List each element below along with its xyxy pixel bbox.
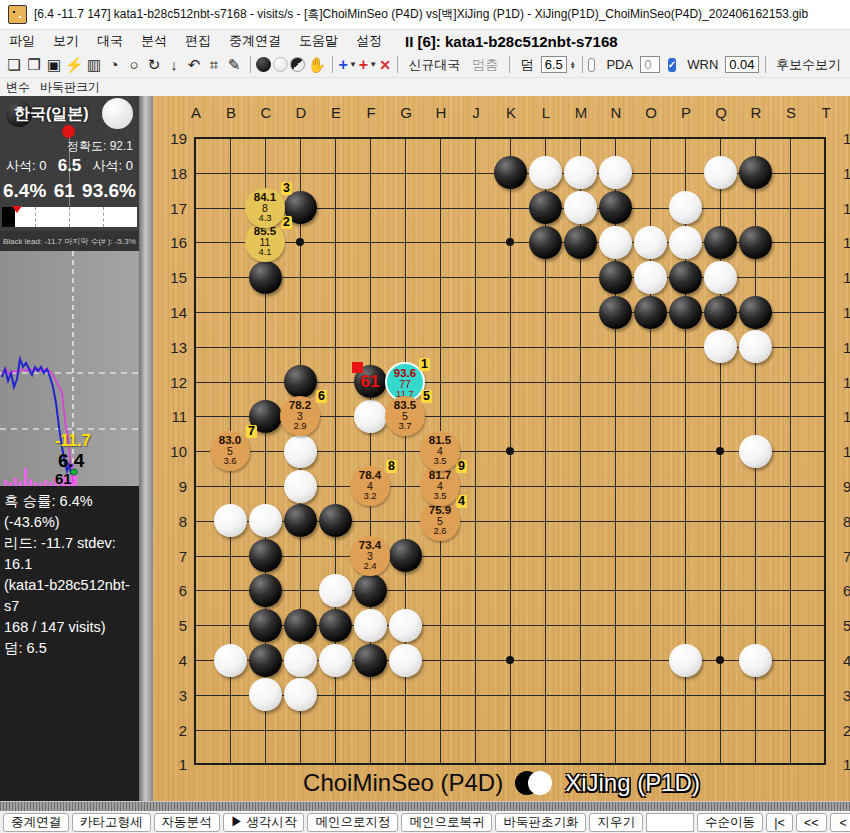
winrate-row: 6.4% 61 93.6% bbox=[0, 180, 139, 202]
wrn-checkbox[interactable]: ✓ bbox=[668, 58, 676, 72]
black-stone bbox=[249, 574, 282, 607]
black-stone bbox=[319, 609, 352, 642]
candidate-stat: 83.0 bbox=[210, 431, 250, 446]
candidate-rank-badge: 8 bbox=[386, 460, 397, 473]
row-label: 19 bbox=[159, 130, 187, 147]
white-stone bbox=[739, 644, 772, 677]
move-number: 61 bbox=[54, 180, 75, 202]
candidate-rank-badge: 7 bbox=[246, 425, 257, 438]
row-label-right: 3 bbox=[843, 687, 850, 704]
white-stone bbox=[319, 574, 352, 607]
column-label: S bbox=[784, 104, 798, 121]
row-label: 4 bbox=[159, 652, 187, 669]
column-label: R bbox=[749, 104, 763, 121]
new-board-icon[interactable]: ❏ bbox=[4, 54, 24, 75]
candidate-stat: 83.5 bbox=[385, 396, 425, 411]
wrn-input[interactable]: 0.04 bbox=[725, 56, 758, 73]
black-stone bbox=[669, 296, 702, 329]
pda-label: PDA bbox=[601, 57, 638, 72]
column-label: H bbox=[434, 104, 448, 121]
column-label: G bbox=[399, 104, 413, 121]
white-stone bbox=[634, 226, 667, 259]
stats-line: 168 / 147 visits) bbox=[4, 617, 135, 638]
secondary-toolbar-label[interactable]: 변수 bbox=[6, 79, 30, 96]
menu-item[interactable]: 설정 bbox=[347, 33, 391, 48]
blue-cross-tool[interactable]: +▼ bbox=[339, 54, 357, 75]
candidate-stat: 3.6 bbox=[210, 456, 250, 465]
menubar: 파일보기대국분석편집중계연결도움말설정 II [6]: kata1-b28c51… bbox=[0, 30, 850, 52]
row-label: 17 bbox=[159, 200, 187, 217]
white-captures: 사석: 0 bbox=[93, 157, 133, 175]
white-stone bbox=[669, 644, 702, 677]
bottom-button[interactable]: 메인으로복귀 bbox=[401, 813, 492, 832]
column-label: J bbox=[469, 104, 483, 121]
candidate-move[interactable]: 81.743.59 bbox=[420, 466, 460, 506]
white-stone bbox=[704, 156, 737, 189]
country-label: 한국(일본) bbox=[14, 104, 89, 125]
white-stone bbox=[529, 156, 562, 189]
row-label: 15 bbox=[159, 269, 187, 286]
black-stone bbox=[529, 191, 562, 224]
player-info-panel: 한국(일본) 정확도: 92.1 사석: 0 6.5 사석: 0 6.4% 61… bbox=[0, 96, 139, 251]
white-stone bbox=[284, 678, 317, 711]
black-winrate: 6.4% bbox=[3, 180, 46, 202]
menu-item[interactable]: 대국 bbox=[88, 33, 132, 48]
white-stone bbox=[354, 609, 387, 642]
row-label-right: 12 bbox=[843, 374, 850, 391]
white-stone bbox=[599, 156, 632, 189]
chart-icon[interactable]: ▥ bbox=[84, 54, 104, 75]
white-stone bbox=[634, 261, 667, 294]
row-label: 3 bbox=[159, 687, 187, 704]
black-stone bbox=[739, 296, 772, 329]
graph-lead-label: -11.7 bbox=[55, 432, 91, 450]
white-stone bbox=[704, 330, 737, 363]
black-stone bbox=[634, 296, 667, 329]
circle-icon[interactable]: ○ bbox=[124, 54, 144, 75]
bottom-button[interactable]: ▶ 생각시작 bbox=[223, 813, 305, 832]
white-stone bbox=[669, 226, 702, 259]
stats-line: 리드: -11.7 stdev: 16.1 bbox=[4, 533, 135, 575]
white-stone bbox=[214, 504, 247, 537]
black-stone bbox=[529, 226, 562, 259]
player-names: ChoiMinSeo (P4D) XiJing (P1D) bbox=[153, 769, 850, 797]
candidate-stat: 73.4 bbox=[350, 536, 390, 551]
black-stone bbox=[599, 191, 632, 224]
star-point bbox=[716, 656, 724, 664]
row-label: 9 bbox=[159, 478, 187, 495]
black-stone bbox=[249, 609, 282, 642]
candidate-rank-badge: 5 bbox=[421, 390, 432, 403]
winrate-bar bbox=[2, 207, 137, 227]
white-stone bbox=[354, 400, 387, 433]
row-label: 16 bbox=[159, 234, 187, 251]
current-game-label: II [6]: kata1-b28c512nbt-s7168 bbox=[405, 33, 618, 50]
hand-tool[interactable]: ✋ bbox=[307, 54, 326, 75]
komi-label: 덤 bbox=[516, 56, 539, 74]
white-stone bbox=[564, 156, 597, 189]
candidate-stat: 78.2 bbox=[280, 396, 320, 411]
row-label-right: 10 bbox=[843, 443, 850, 460]
candidate-stat: 4.1 bbox=[245, 247, 285, 256]
black-stone bbox=[284, 504, 317, 537]
column-label: C bbox=[259, 104, 273, 121]
komi-spinner[interactable]: ▲▼ bbox=[570, 61, 576, 69]
settings-panel-icon[interactable]: ⌗ bbox=[204, 54, 224, 75]
row-label-right: 9 bbox=[843, 478, 850, 495]
red-cross-tool[interactable]: +▼ bbox=[359, 54, 377, 75]
stats-line: (kata1-b28c512nbt-s7 bbox=[4, 575, 135, 617]
candidate-view-button[interactable]: 후보수보기 bbox=[771, 56, 846, 74]
row-label-right: 1 bbox=[843, 756, 850, 773]
white-stone bbox=[739, 435, 772, 468]
stats-line: 흑 승률: 6.4% (-43.6%) bbox=[4, 491, 135, 533]
column-label: E bbox=[329, 104, 343, 121]
menu-item[interactable]: 편집 bbox=[176, 33, 220, 48]
candidate-stat: 81.5 bbox=[420, 431, 460, 446]
candidate-rank-badge: 1 bbox=[419, 358, 430, 371]
black-stone bbox=[739, 226, 772, 259]
texture-strip bbox=[0, 801, 850, 811]
white-stone-tool[interactable] bbox=[273, 54, 288, 75]
column-label: M bbox=[574, 104, 588, 121]
white-stone-icon bbox=[102, 98, 133, 129]
black-player-name: ChoiMinSeo (P4D) bbox=[303, 769, 503, 797]
candidate-move[interactable]: 84.184.33 bbox=[245, 188, 285, 228]
candidate-move[interactable]: 81.543.5 bbox=[420, 431, 460, 471]
white-stone bbox=[284, 644, 317, 677]
titlebar: [6.4 -11.7 147] kata1-b28c512nbt-s7168 -… bbox=[0, 0, 850, 30]
candidate-move[interactable]: 83.053.67 bbox=[210, 431, 250, 471]
black-stone bbox=[739, 156, 772, 189]
row-label-right: 7 bbox=[843, 548, 850, 565]
white-stone bbox=[389, 609, 422, 642]
lead-note: Black lead: -11.7 마지막 수(# ): -5.3% -6.3p… bbox=[0, 231, 139, 251]
row-label: 13 bbox=[159, 339, 187, 356]
black-stone bbox=[284, 609, 317, 642]
accuracy-label: 정확도: 92.1 bbox=[67, 138, 133, 155]
winrate-graph[interactable]: -11.7 6.4 61 bbox=[0, 251, 139, 486]
black-stone bbox=[319, 504, 352, 537]
bottom-toolbar: 중계연결카타고형세자동분석▶ 생각시작메인으로지정메인으로복귀바둑판초기화지우기… bbox=[0, 811, 850, 833]
white-stone bbox=[669, 191, 702, 224]
row-label-right: 6 bbox=[843, 582, 850, 599]
column-label: D bbox=[294, 104, 308, 121]
go-board[interactable]: ChoiMinSeo (P4D) XiJing (P1D) ABCDEFGHJK… bbox=[153, 96, 850, 801]
move-nav-button[interactable]: 수순이동 bbox=[697, 813, 763, 832]
candidate-stat: 84.1 bbox=[245, 188, 285, 203]
black-stone bbox=[354, 574, 387, 607]
menu-item[interactable]: 도움말 bbox=[290, 33, 347, 48]
white-player-name: XiJing (P1D) bbox=[565, 769, 700, 797]
row-label: 2 bbox=[159, 722, 187, 739]
komi-input[interactable]: 6.5 bbox=[541, 56, 567, 73]
menu-item[interactable]: 분석 bbox=[132, 33, 176, 48]
refresh-icon[interactable]: ↻ bbox=[144, 54, 164, 75]
candidate-stat: 3.5 bbox=[420, 491, 460, 500]
black-stone bbox=[704, 226, 737, 259]
toolbar: ❏❐▣⚡▥◔○↻↓↶⌗✎ ✋ +▼ +▼ ✕ 신규대국 멈춤 덤 6.5 ▲▼ … bbox=[0, 52, 850, 77]
move-input[interactable] bbox=[646, 813, 694, 832]
row-label: 7 bbox=[159, 548, 187, 565]
column-label: K bbox=[504, 104, 518, 121]
row-label-right: 8 bbox=[843, 513, 850, 530]
stats-line: 덤: 6.5 bbox=[4, 638, 135, 659]
wrn-label: WRN bbox=[682, 57, 723, 72]
black-stone bbox=[704, 296, 737, 329]
column-label: N bbox=[609, 104, 623, 121]
row-label-right: 15 bbox=[843, 269, 850, 286]
column-label: A bbox=[189, 104, 203, 121]
row-label-right: 11 bbox=[843, 408, 850, 425]
black-stone bbox=[284, 365, 317, 398]
column-label: O bbox=[644, 104, 658, 121]
open-file-icon[interactable]: ❐ bbox=[24, 54, 44, 75]
black-stone bbox=[249, 261, 282, 294]
row-label-right: 4 bbox=[843, 652, 850, 669]
column-label: Q bbox=[714, 104, 728, 121]
white-stone bbox=[739, 330, 772, 363]
white-stone bbox=[214, 644, 247, 677]
row-label: 6 bbox=[159, 582, 187, 599]
row-label-right: 2 bbox=[843, 722, 850, 739]
candidate-move[interactable]: 78.443.28 bbox=[350, 466, 390, 506]
candidate-stat: 93.6 bbox=[387, 364, 423, 379]
white-stone bbox=[319, 644, 352, 677]
white-stone bbox=[249, 678, 282, 711]
pause-button[interactable]: 멈춤 bbox=[467, 56, 503, 74]
candidate-stat: 2.4 bbox=[350, 561, 390, 570]
secondary-toolbar-label[interactable]: 바둑판크기 bbox=[40, 79, 100, 96]
candidate-move[interactable]: 75.952.64 bbox=[420, 501, 460, 541]
candidate-rank-badge: 6 bbox=[316, 390, 327, 403]
candidate-stat: 3.5 bbox=[420, 456, 460, 465]
row-label: 14 bbox=[159, 304, 187, 321]
row-label: 10 bbox=[159, 443, 187, 460]
gridline bbox=[35, 207, 36, 227]
secondary-toolbar: 변수바둑판크기 bbox=[0, 77, 850, 96]
pass-icon[interactable]: ◔ bbox=[104, 54, 124, 75]
white-stone bbox=[704, 261, 737, 294]
black-stone bbox=[564, 226, 597, 259]
row-label-right: 13 bbox=[843, 339, 850, 356]
black-stone bbox=[599, 261, 632, 294]
new-game-button[interactable]: 신규대국 bbox=[403, 56, 465, 74]
captures-row: 사석: 0 6.5 사석: 0 bbox=[0, 156, 139, 176]
engine-stats: 흑 승률: 6.4% (-43.6%)리드: -11.7 stdev: 16.1… bbox=[0, 486, 139, 801]
graph-move-label: 61 bbox=[55, 470, 72, 487]
pencil-icon[interactable]: ✎ bbox=[224, 54, 244, 75]
menu-item[interactable]: 중계연결 bbox=[220, 33, 290, 48]
engine-icon[interactable]: ⚡ bbox=[64, 54, 84, 75]
down-arrow-icon[interactable]: ↓ bbox=[164, 54, 184, 75]
save-icon[interactable]: ▣ bbox=[44, 54, 64, 75]
white-stone bbox=[284, 470, 317, 503]
black-stone bbox=[354, 644, 387, 677]
candidate-stat: 2.9 bbox=[280, 421, 320, 430]
stones-icon bbox=[515, 771, 553, 795]
bottom-button[interactable]: 메인으로지정 bbox=[307, 813, 398, 832]
row-label: 8 bbox=[159, 513, 187, 530]
black-stone bbox=[599, 296, 632, 329]
row-label: 11 bbox=[159, 408, 187, 425]
graph-winrate-label: 6.4 bbox=[58, 450, 84, 472]
nav-button[interactable]: < bbox=[830, 813, 850, 832]
candidate-stat: 3.7 bbox=[385, 421, 425, 430]
app-icon bbox=[8, 5, 27, 24]
last-move-marker bbox=[352, 362, 363, 373]
row-label: 18 bbox=[159, 165, 187, 182]
column-label: F bbox=[364, 104, 378, 121]
column-label: L bbox=[539, 104, 553, 121]
winrate-marker bbox=[12, 206, 22, 213]
white-stone bbox=[564, 191, 597, 224]
row-label-right: 18 bbox=[843, 165, 850, 182]
undo-icon[interactable]: ↶ bbox=[184, 54, 204, 75]
gridline bbox=[103, 207, 104, 227]
candidate-rank-badge: 3 bbox=[281, 182, 292, 195]
white-stone bbox=[599, 226, 632, 259]
row-label: 12 bbox=[159, 374, 187, 391]
black-stone bbox=[249, 539, 282, 572]
komi-value: 6.5 bbox=[58, 156, 82, 176]
nav-button[interactable]: |< bbox=[766, 813, 793, 832]
bottom-button[interactable]: 지우기 bbox=[589, 813, 643, 832]
nav-button[interactable]: << bbox=[796, 813, 827, 832]
row-label: 1 bbox=[159, 756, 187, 773]
row-label-right: 19 bbox=[843, 130, 850, 147]
splitter-handle[interactable] bbox=[139, 96, 153, 801]
menu-item[interactable]: 파일 bbox=[0, 33, 44, 48]
pda-checkbox[interactable] bbox=[588, 58, 595, 72]
white-stone bbox=[249, 504, 282, 537]
black-stone-tool[interactable] bbox=[256, 54, 271, 75]
delete-mark-tool[interactable]: ✕ bbox=[379, 54, 391, 75]
turn-indicator-dot bbox=[62, 125, 75, 138]
row-label-right: 16 bbox=[843, 234, 850, 251]
last-move-number: 61 bbox=[361, 372, 380, 392]
bottom-button[interactable]: 바둑판초기화 bbox=[495, 813, 586, 832]
menu-item[interactable]: 보기 bbox=[44, 33, 88, 48]
bottom-button[interactable]: 중계연결 bbox=[3, 813, 69, 832]
candidate-stat: 2.6 bbox=[420, 526, 460, 535]
black-stone bbox=[389, 539, 422, 572]
bottom-button[interactable]: 카타고형세 bbox=[72, 813, 151, 832]
star-point bbox=[506, 656, 514, 664]
row-label-right: 17 bbox=[843, 200, 850, 217]
black-stone bbox=[669, 261, 702, 294]
row-label-right: 5 bbox=[843, 617, 850, 634]
candidate-stat: 3.2 bbox=[350, 491, 390, 500]
black-stone bbox=[494, 156, 527, 189]
analysis-sidebar: 한국(일본) 정확도: 92.1 사석: 0 6.5 사석: 0 6.4% 61… bbox=[0, 96, 139, 801]
bottom-button[interactable]: 자동분석 bbox=[154, 813, 220, 832]
white-stone bbox=[284, 435, 317, 468]
gridline bbox=[69, 207, 70, 227]
column-label: B bbox=[224, 104, 238, 121]
main-area: 한국(일본) 정확도: 92.1 사석: 0 6.5 사석: 0 6.4% 61… bbox=[0, 96, 850, 801]
app-window: [6.4 -11.7 147] kata1-b28c512nbt-s7168 -… bbox=[0, 0, 850, 833]
candidate-move[interactable]: 73.432.4 bbox=[350, 536, 390, 576]
half-stone-tool[interactable] bbox=[290, 54, 305, 75]
black-stone bbox=[249, 644, 282, 677]
column-label: P bbox=[679, 104, 693, 121]
white-stone bbox=[389, 644, 422, 677]
window-title: [6.4 -11.7 147] kata1-b28c512nbt-s7168 -… bbox=[34, 6, 808, 23]
black-captures: 사석: 0 bbox=[6, 157, 46, 175]
candidate-stat: 4.3 bbox=[245, 213, 285, 222]
candidate-stat: 78.4 bbox=[350, 466, 390, 481]
row-label-right: 14 bbox=[843, 304, 850, 321]
pda-input[interactable]: 0 bbox=[640, 56, 660, 73]
white-winrate: 93.6% bbox=[82, 180, 136, 202]
column-label: T bbox=[819, 104, 833, 121]
row-label: 5 bbox=[159, 617, 187, 634]
